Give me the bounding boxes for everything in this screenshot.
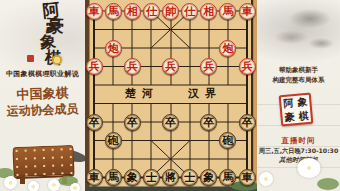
chess-table-photo (12, 145, 74, 177)
piece-black-卒[interactable]: 卒 (200, 114, 217, 131)
piece-red-炮[interactable]: 炮 (219, 40, 236, 57)
lotus-flower (28, 181, 39, 191)
piece-red-兵[interactable]: 兵 (86, 58, 103, 75)
piece-black-卒[interactable]: 卒 (124, 114, 141, 131)
piece-black-砲[interactable]: 砲 (105, 132, 122, 149)
piece-black-砲[interactable]: 砲 (219, 132, 236, 149)
piece-black-象[interactable]: 象 (124, 169, 141, 186)
seal-char-3: 豪 (282, 110, 297, 125)
piece-red-仕[interactable]: 仕 (181, 3, 198, 20)
piece-red-馬[interactable]: 馬 (105, 3, 122, 20)
subtitle: 中国象棋棋理职业解说 (0, 69, 85, 79)
schedule-title: 直播时间 (257, 136, 340, 146)
channel-seal-stamp: 阿 象 豪 棋 (279, 93, 314, 127)
table-leg (20, 175, 25, 184)
xiangqi-board[interactable]: 楚河 汉界 車馬相仕帥仕相馬車炮炮兵兵兵兵兵卒卒卒卒卒砲砲車馬象士將士象馬車 (85, 0, 257, 191)
piece-red-炮[interactable]: 炮 (105, 40, 122, 57)
seal-char-2: 象 (295, 95, 310, 110)
lotus-flower (4, 176, 17, 189)
schedule-line-1: 周三,五,六日晚7:30-10:30 (257, 147, 340, 156)
piece-black-馬[interactable]: 馬 (105, 169, 122, 186)
tagline-line-2: 构建完整布局体系 (257, 76, 340, 85)
piece-red-車[interactable]: 車 (239, 3, 256, 20)
piece-black-士[interactable]: 士 (143, 169, 160, 186)
lotus-flower (48, 179, 60, 191)
piece-red-帥[interactable]: 帥 (162, 3, 179, 20)
gold-flower-icon (52, 55, 62, 65)
piece-black-車[interactable]: 車 (239, 169, 256, 186)
piece-red-兵[interactable]: 兵 (239, 58, 256, 75)
piece-black-卒[interactable]: 卒 (86, 114, 103, 131)
plank-line (257, 125, 340, 126)
piece-black-卒[interactable]: 卒 (162, 114, 179, 131)
lotus-flower (70, 183, 80, 191)
tagline-line-1: 帮助象棋新手 (257, 66, 340, 75)
piece-red-相[interactable]: 相 (124, 3, 141, 20)
piece-red-仕[interactable]: 仕 (143, 3, 160, 20)
lotus-flower (259, 172, 273, 186)
lotus-flower (297, 158, 321, 178)
red-seal-icon (27, 55, 34, 62)
seal-char-4: 棋 (296, 109, 311, 124)
poster: 阿 豪 象 棋 中国象棋棋理职业解说 中国象棋 运动协会成员 (0, 0, 340, 191)
seal-char-1: 阿 (281, 96, 296, 111)
left-panel: 阿 豪 象 棋 中国象棋棋理职业解说 中国象棋 运动协会成员 (0, 0, 85, 191)
leaf-decoration (317, 178, 339, 190)
piece-black-卒[interactable]: 卒 (239, 114, 256, 131)
ink-wash-painting (265, 0, 340, 62)
piece-red-相[interactable]: 相 (200, 3, 217, 20)
piece-red-車[interactable]: 車 (86, 3, 103, 20)
piece-black-馬[interactable]: 馬 (219, 169, 236, 186)
board-pieces-layer: 車馬相仕帥仕相馬車炮炮兵兵兵兵兵卒卒卒卒卒砲砲車馬象士將士象馬車 (85, 0, 257, 191)
piece-red-馬[interactable]: 馬 (219, 3, 236, 20)
piece-black-車[interactable]: 車 (86, 169, 103, 186)
piece-red-兵[interactable]: 兵 (124, 58, 141, 75)
piece-black-士[interactable]: 士 (181, 169, 198, 186)
piece-red-兵[interactable]: 兵 (200, 58, 217, 75)
piece-black-將[interactable]: 將 (162, 169, 179, 186)
piece-red-兵[interactable]: 兵 (162, 58, 179, 75)
credential-line-2: 运动协会成员 (0, 101, 85, 121)
piece-black-象[interactable]: 象 (200, 169, 217, 186)
right-panel: 帮助象棋新手 构建完整布局体系 阿 象 豪 棋 直播时间 周三,五,六日晚7:3… (257, 0, 340, 191)
